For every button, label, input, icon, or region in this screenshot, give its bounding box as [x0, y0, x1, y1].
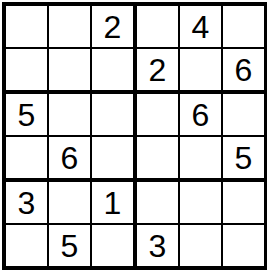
given-cell-r4c2: 6	[49, 137, 92, 182]
given-cell-r2c6: 6	[223, 49, 264, 94]
empty-cell-r2c3[interactable]	[92, 49, 137, 94]
given-cell-r6c2: 5	[49, 225, 92, 266]
sudoku-board: 242656653153	[2, 2, 267, 270]
empty-cell-r4c5[interactable]	[180, 137, 223, 182]
empty-cell-r1c2[interactable]	[49, 6, 92, 49]
given-cell-r4c6: 5	[223, 137, 264, 182]
given-cell-r3c5: 6	[180, 94, 223, 137]
empty-cell-r3c2[interactable]	[49, 94, 92, 137]
empty-cell-r5c5[interactable]	[180, 182, 223, 225]
given-cell-r1c3: 2	[92, 6, 137, 49]
empty-cell-r1c6[interactable]	[223, 6, 264, 49]
given-cell-r5c3: 1	[92, 182, 137, 225]
empty-cell-r6c5[interactable]	[180, 225, 223, 266]
empty-cell-r5c4[interactable]	[137, 182, 180, 225]
given-cell-r1c5: 4	[180, 6, 223, 49]
given-cell-r6c4: 3	[137, 225, 180, 266]
given-cell-r5c1: 3	[6, 182, 49, 225]
empty-cell-r5c6[interactable]	[223, 182, 264, 225]
given-cell-r3c1: 5	[6, 94, 49, 137]
empty-cell-r3c4[interactable]	[137, 94, 180, 137]
empty-cell-r5c2[interactable]	[49, 182, 92, 225]
empty-cell-r4c3[interactable]	[92, 137, 137, 182]
empty-cell-r1c4[interactable]	[137, 6, 180, 49]
empty-cell-r2c1[interactable]	[6, 49, 49, 94]
given-cell-r2c4: 2	[137, 49, 180, 94]
empty-cell-r2c5[interactable]	[180, 49, 223, 94]
empty-cell-r2c2[interactable]	[49, 49, 92, 94]
empty-cell-r6c3[interactable]	[92, 225, 137, 266]
empty-cell-r1c1[interactable]	[6, 6, 49, 49]
empty-cell-r4c4[interactable]	[137, 137, 180, 182]
empty-cell-r4c1[interactable]	[6, 137, 49, 182]
empty-cell-r3c3[interactable]	[92, 94, 137, 137]
empty-cell-r6c1[interactable]	[6, 225, 49, 266]
empty-cell-r6c6[interactable]	[223, 225, 264, 266]
empty-cell-r3c6[interactable]	[223, 94, 264, 137]
